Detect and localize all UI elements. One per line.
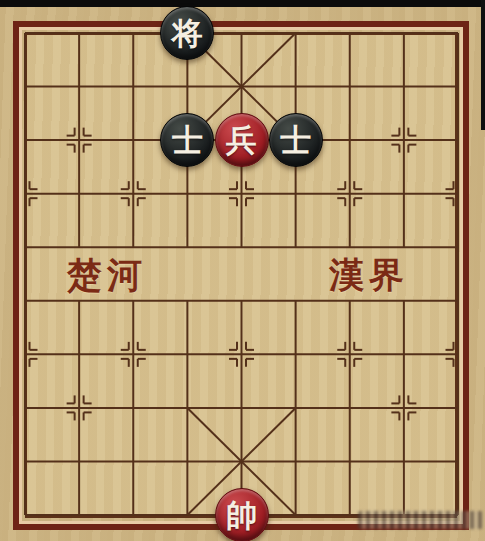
piece-red-soldier[interactable]: 兵 xyxy=(215,113,269,167)
xiangqi-screenshot: 楚河 漢界 将 士 兵 士 帥 xyxy=(0,0,485,541)
piece-black-general-glyph: 将 xyxy=(172,18,203,49)
river-label-chu-he: 楚河 xyxy=(67,252,147,299)
river-label-han-jie: 漢界 xyxy=(329,252,409,299)
piece-black-general[interactable]: 将 xyxy=(160,6,214,60)
piece-black-advisor-right-glyph: 士 xyxy=(280,125,311,156)
piece-black-advisor-left-glyph: 士 xyxy=(172,125,203,156)
piece-black-advisor-left[interactable]: 士 xyxy=(160,113,214,167)
piece-black-advisor-right[interactable]: 士 xyxy=(269,113,323,167)
blurred-watermark xyxy=(358,511,483,529)
piece-red-general-glyph: 帥 xyxy=(226,500,257,531)
piece-red-soldier-glyph: 兵 xyxy=(226,125,257,156)
piece-red-general[interactable]: 帥 xyxy=(215,488,269,541)
